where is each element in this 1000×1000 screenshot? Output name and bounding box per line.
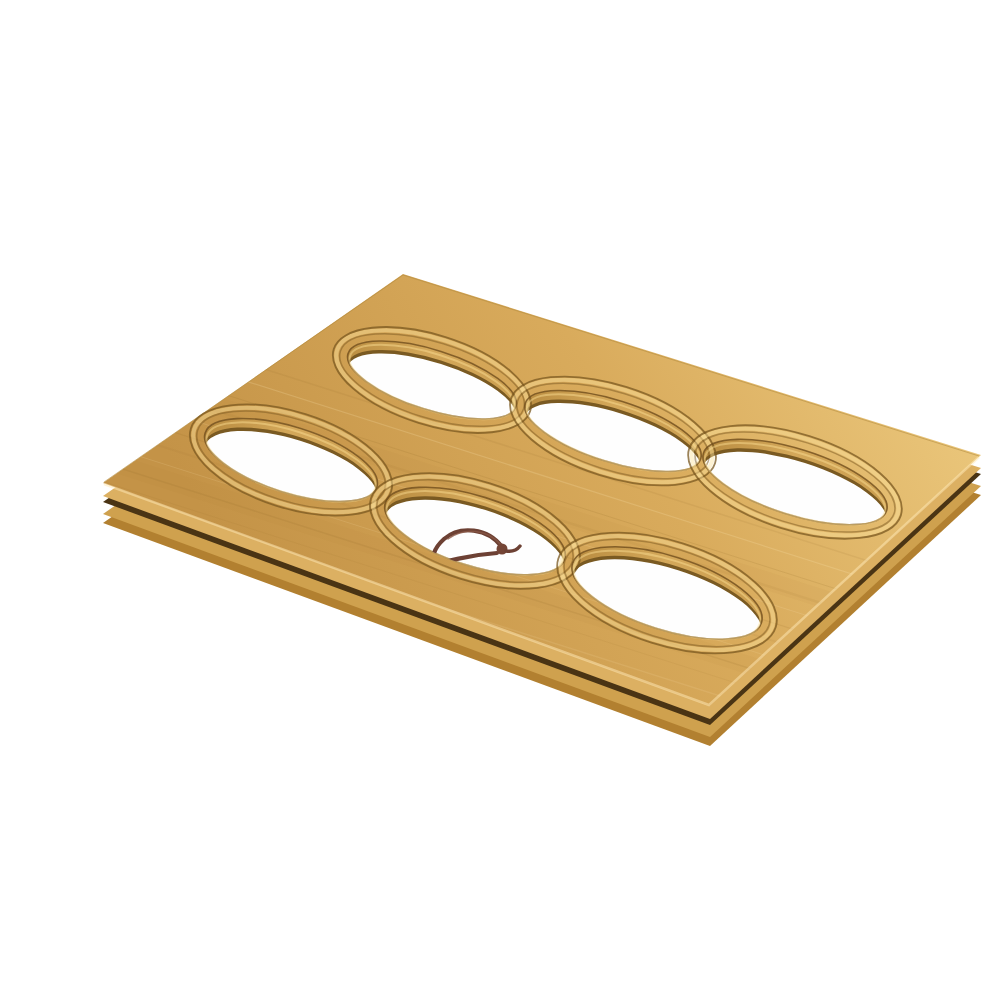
bamboo-rack-illustration [40,16,1000,1000]
cord-knot [497,544,508,555]
product-photo: Product photo of a natural bamboo board … [40,16,1000,1000]
